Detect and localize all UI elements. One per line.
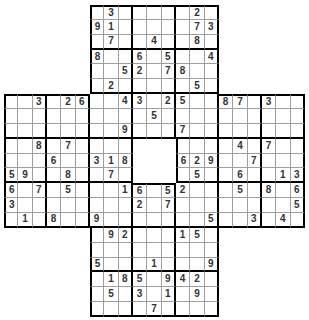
cell-r13c17-given: 5: [233, 183, 247, 198]
outside-area: [47, 79, 61, 94]
cell-r7c4-empty[interactable]: [47, 94, 61, 109]
outside-area: [18, 258, 32, 273]
cell-r9c12-empty[interactable]: [162, 124, 176, 139]
cell-r12c2-given: 9: [18, 168, 32, 183]
cell-r15c21-empty[interactable]: [291, 213, 305, 228]
cell-r9c13-given: 7: [176, 124, 190, 139]
cell-r4c15-given: 4: [205, 50, 219, 65]
cell-r9c1-empty[interactable]: [4, 124, 18, 139]
outside-area: [219, 35, 233, 50]
cell-r8c2-empty[interactable]: [18, 109, 32, 124]
cell-r14c8-empty[interactable]: [104, 198, 118, 213]
outside-area: [18, 35, 32, 50]
cell-r14c11-empty[interactable]: [147, 198, 161, 213]
cell-r15c5-empty[interactable]: [61, 213, 75, 228]
cell-r15c6-empty[interactable]: [76, 213, 90, 228]
cell-r15c20-given: 4: [276, 213, 290, 228]
outside-area: [291, 20, 305, 35]
cell-r8c5-empty[interactable]: [61, 109, 75, 124]
outside-area: [276, 5, 290, 20]
cell-r16c15-empty[interactable]: [205, 228, 219, 243]
cell-r8c9-empty[interactable]: [119, 109, 133, 124]
cell-r18c8-empty[interactable]: [104, 258, 118, 273]
cell-r14c13-empty[interactable]: [176, 198, 190, 213]
cell-r21c10-empty[interactable]: [133, 302, 147, 317]
cell-r10c15-empty[interactable]: [205, 139, 219, 154]
cell-r15c19-empty[interactable]: [262, 213, 276, 228]
cell-r10c1-empty[interactable]: [4, 139, 18, 154]
cell-r8c18-empty[interactable]: [248, 109, 262, 124]
cell-r14c4-empty[interactable]: [47, 198, 61, 213]
outside-area: [219, 20, 233, 35]
outside-area: [248, 35, 262, 50]
cell-r15c15-given: 5: [205, 213, 219, 228]
cell-r15c13-empty[interactable]: [176, 213, 190, 228]
cell-r14c2-empty[interactable]: [18, 198, 32, 213]
outside-area: [33, 243, 47, 258]
cell-r2c9-empty[interactable]: [119, 20, 133, 35]
cell-r7c18-empty[interactable]: [248, 94, 262, 109]
outside-area: [18, 243, 32, 258]
cell-r9c6-empty[interactable]: [76, 124, 90, 139]
cell-r9c16-empty[interactable]: [219, 124, 233, 139]
cell-r9c20-empty[interactable]: [276, 124, 290, 139]
cell-r11c2-empty[interactable]: [18, 154, 32, 169]
outside-area: [4, 5, 18, 20]
cell-r18c15-given: 9: [205, 258, 219, 273]
cell-r17c11-empty[interactable]: [147, 243, 161, 258]
outside-area: [233, 302, 247, 317]
cell-r6c9-empty[interactable]: [119, 79, 133, 94]
cell-r10c7-empty[interactable]: [90, 139, 104, 154]
cell-r21c14-empty[interactable]: [190, 302, 204, 317]
cell-r9c8-empty[interactable]: [104, 124, 118, 139]
outside-area: [276, 64, 290, 79]
outside-area: [262, 272, 276, 287]
cell-r16c11-empty[interactable]: [147, 228, 161, 243]
outside-area: [76, 272, 90, 287]
cell-r8c21-empty[interactable]: [291, 109, 305, 124]
cell-r18c9-empty[interactable]: [119, 258, 133, 273]
cell-r6c15-empty[interactable]: [205, 79, 219, 94]
cell-r10c18-empty[interactable]: [248, 139, 262, 154]
cell-r3c12-empty[interactable]: [162, 35, 176, 50]
cell-r21c7-empty[interactable]: [90, 302, 104, 317]
cell-r5c14-empty[interactable]: [190, 64, 204, 79]
outside-area: [47, 228, 61, 243]
outside-area: [61, 5, 75, 20]
center-hole: [162, 154, 176, 169]
cell-r17c15-empty[interactable]: [205, 243, 219, 258]
cell-r11c13-given: 6: [176, 154, 190, 169]
cell-r3c8-given: 7: [104, 35, 118, 50]
outside-area: [76, 35, 90, 50]
cell-r12c21-given: 3: [291, 168, 305, 183]
cell-r18c12-empty[interactable]: [162, 258, 176, 273]
cell-r10c13-empty[interactable]: [176, 139, 190, 154]
outside-area: [233, 20, 247, 35]
cell-r6c7-empty[interactable]: [90, 79, 104, 94]
cell-r21c12-empty[interactable]: [162, 302, 176, 317]
outside-area: [4, 228, 18, 243]
cell-r16c7-empty[interactable]: [90, 228, 104, 243]
outside-area: [18, 287, 32, 302]
cell-r21c15-empty[interactable]: [205, 302, 219, 317]
outside-area: [276, 228, 290, 243]
cell-r1c10-empty[interactable]: [133, 5, 147, 20]
outside-area: [33, 5, 47, 20]
cell-r13c11-empty[interactable]: [147, 183, 161, 198]
cell-r8c20-empty[interactable]: [276, 109, 290, 124]
cell-r9c17-empty[interactable]: [233, 124, 247, 139]
cell-r21c13-empty[interactable]: [176, 302, 190, 317]
cell-r15c16-empty[interactable]: [219, 213, 233, 228]
cell-r4c12-given: 5: [162, 50, 176, 65]
cell-r20c8-given: 5: [104, 287, 118, 302]
cell-r20c11-empty[interactable]: [147, 287, 161, 302]
outside-area: [291, 228, 305, 243]
cell-r15c10-empty[interactable]: [133, 213, 147, 228]
cell-r10c20-empty[interactable]: [276, 139, 290, 154]
cell-r17c9-empty[interactable]: [119, 243, 133, 258]
cell-r14c19-empty[interactable]: [262, 198, 276, 213]
outside-area: [18, 50, 32, 65]
cell-r13c20-empty[interactable]: [276, 183, 290, 198]
cell-r16c10-empty[interactable]: [133, 228, 147, 243]
cell-r12c7-empty[interactable]: [90, 168, 104, 183]
cell-r12c18-empty[interactable]: [248, 168, 262, 183]
outside-area: [18, 64, 32, 79]
cell-r20c9-empty[interactable]: [119, 287, 133, 302]
cell-r12c9-empty[interactable]: [119, 168, 133, 183]
cell-r11c21-empty[interactable]: [291, 154, 305, 169]
cell-r6c13-empty[interactable]: [176, 79, 190, 94]
outside-area: [248, 64, 262, 79]
cell-r5c15-empty[interactable]: [205, 64, 219, 79]
cell-r8c14-empty[interactable]: [190, 109, 204, 124]
cell-r4c13-empty[interactable]: [176, 50, 190, 65]
cell-r3c10-empty[interactable]: [133, 35, 147, 50]
outside-area: [47, 243, 61, 258]
cell-r14c18-empty[interactable]: [248, 198, 262, 213]
cell-r1c12-empty[interactable]: [162, 5, 176, 20]
cell-r5c13-given: 8: [176, 64, 190, 79]
cell-r4c9-empty[interactable]: [119, 50, 133, 65]
center-hole: [133, 139, 147, 154]
cell-r7c8-empty[interactable]: [104, 94, 118, 109]
cell-r14c17-empty[interactable]: [233, 198, 247, 213]
cell-r18c11-given: 1: [147, 258, 161, 273]
outside-area: [61, 258, 75, 273]
cell-r2c8-given: 1: [104, 20, 118, 35]
cell-r14c15-empty[interactable]: [205, 198, 219, 213]
cell-r12c20-given: 1: [276, 168, 290, 183]
cell-r6c11-empty[interactable]: [147, 79, 161, 94]
cell-r8c17-empty[interactable]: [233, 109, 247, 124]
cell-r11c19-empty[interactable]: [262, 154, 276, 169]
outside-area: [219, 302, 233, 317]
cell-r12c13-empty[interactable]: [176, 168, 190, 183]
cell-r11c5-empty[interactable]: [61, 154, 75, 169]
cell-r7c9-given: 4: [119, 94, 133, 109]
cell-r9c3-empty[interactable]: [33, 124, 47, 139]
cell-r15c17-empty[interactable]: [233, 213, 247, 228]
cell-r13c18-empty[interactable]: [248, 183, 262, 198]
center-hole: [147, 139, 161, 154]
cell-r9c2-empty[interactable]: [18, 124, 32, 139]
cell-r7c5-given: 2: [61, 94, 75, 109]
cell-r20c15-empty[interactable]: [205, 287, 219, 302]
cell-r5c7-empty[interactable]: [90, 64, 104, 79]
cell-r15c14-empty[interactable]: [190, 213, 204, 228]
cell-r15c9-empty[interactable]: [119, 213, 133, 228]
cell-r10c16-empty[interactable]: [219, 139, 233, 154]
cell-r14c20-empty[interactable]: [276, 198, 290, 213]
cell-r7c15-empty[interactable]: [205, 94, 219, 109]
cell-r8c19-empty[interactable]: [262, 109, 276, 124]
cell-r15c12-empty[interactable]: [162, 213, 176, 228]
outside-area: [4, 272, 18, 287]
cell-r17c7-empty[interactable]: [90, 243, 104, 258]
cell-r15c1-empty[interactable]: [4, 213, 18, 228]
outside-area: [219, 79, 233, 94]
outside-area: [61, 228, 75, 243]
outside-area: [233, 243, 247, 258]
outside-area: [291, 64, 305, 79]
cell-r2c10-empty[interactable]: [133, 20, 147, 35]
cell-r12c4-empty[interactable]: [47, 168, 61, 183]
cell-r20c10-given: 3: [133, 287, 147, 302]
outside-area: [76, 228, 90, 243]
cell-r11c17-empty[interactable]: [233, 154, 247, 169]
cell-r13c12-given: 5: [162, 183, 176, 198]
outside-area: [262, 287, 276, 302]
cell-r9c11-empty[interactable]: [147, 124, 161, 139]
cell-r21c8-empty[interactable]: [104, 302, 118, 317]
cell-r13c2-empty[interactable]: [18, 183, 32, 198]
cell-r9c7-empty[interactable]: [90, 124, 104, 139]
outside-area: [4, 258, 18, 273]
cell-r20c7-empty[interactable]: [90, 287, 104, 302]
cell-r13c19-given: 8: [262, 183, 276, 198]
cell-r13c14-empty[interactable]: [190, 183, 204, 198]
cell-r20c13-empty[interactable]: [176, 287, 190, 302]
cell-r14c16-empty[interactable]: [219, 198, 233, 213]
cell-r16c12-empty[interactable]: [162, 228, 176, 243]
cell-r7c1-empty[interactable]: [4, 94, 18, 109]
cell-r8c13-empty[interactable]: [176, 109, 190, 124]
outside-area: [262, 64, 276, 79]
cell-r8c15-empty[interactable]: [205, 109, 219, 124]
cell-r15c3-empty[interactable]: [33, 213, 47, 228]
cell-r14c5-empty[interactable]: [61, 198, 75, 213]
cell-r14c14-empty[interactable]: [190, 198, 204, 213]
cell-r11c1-empty[interactable]: [4, 154, 18, 169]
cell-r1c13-empty[interactable]: [176, 5, 190, 20]
cell-r1c15-empty[interactable]: [205, 5, 219, 20]
outside-area: [4, 287, 18, 302]
cell-r6c12-empty[interactable]: [162, 79, 176, 94]
cell-r5c8-empty[interactable]: [104, 64, 118, 79]
cell-r2c13-empty[interactable]: [176, 20, 190, 35]
cell-r10c3-given: 8: [33, 139, 47, 154]
cell-r6c10-empty[interactable]: [133, 79, 147, 94]
cell-r19c7-empty[interactable]: [90, 272, 104, 287]
cell-r17c8-empty[interactable]: [104, 243, 118, 258]
cell-r5c11-empty[interactable]: [147, 64, 161, 79]
cell-r9c14-empty[interactable]: [190, 124, 204, 139]
cell-r4c11-empty[interactable]: [147, 50, 161, 65]
cell-r13c4-empty[interactable]: [47, 183, 61, 198]
cell-r8c10-empty[interactable]: [133, 109, 147, 124]
cell-r1c11-empty[interactable]: [147, 5, 161, 20]
cell-r5c9-given: 5: [119, 64, 133, 79]
cell-r7c2-empty[interactable]: [18, 94, 32, 109]
cell-r9c15-empty[interactable]: [205, 124, 219, 139]
cell-r17c13-empty[interactable]: [176, 243, 190, 258]
cell-r10c9-empty[interactable]: [119, 139, 133, 154]
cell-r11c7-given: 3: [90, 154, 104, 169]
cell-r17c10-empty[interactable]: [133, 243, 147, 258]
cell-r13c16-empty[interactable]: [219, 183, 233, 198]
cell-r9c4-empty[interactable]: [47, 124, 61, 139]
cell-r13c7-empty[interactable]: [90, 183, 104, 198]
cell-r8c12-empty[interactable]: [162, 109, 176, 124]
outside-area: [248, 302, 262, 317]
outside-area: [76, 302, 90, 317]
cell-r12c16-empty[interactable]: [219, 168, 233, 183]
cell-r13c8-empty[interactable]: [104, 183, 118, 198]
cell-r13c5-given: 5: [61, 183, 75, 198]
cell-r13c6-empty[interactable]: [76, 183, 90, 198]
cell-r19c11-empty[interactable]: [147, 272, 161, 287]
cell-r8c1-empty[interactable]: [4, 109, 18, 124]
cell-r13c1-given: 6: [4, 183, 18, 198]
cell-r18c10-empty[interactable]: [133, 258, 147, 273]
cell-r7c20-empty[interactable]: [276, 94, 290, 109]
cell-r7c13-given: 5: [176, 94, 190, 109]
cell-r10c4-empty[interactable]: [47, 139, 61, 154]
cell-r10c2-empty[interactable]: [18, 139, 32, 154]
cell-r3c15-empty[interactable]: [205, 35, 219, 50]
cell-r15c11-empty[interactable]: [147, 213, 161, 228]
cell-r12c6-empty[interactable]: [76, 168, 90, 183]
cell-r11c18-given: 7: [248, 154, 262, 169]
cell-r3c13-empty[interactable]: [176, 35, 190, 50]
cell-r10c14-empty[interactable]: [190, 139, 204, 154]
cell-r7c21-empty[interactable]: [291, 94, 305, 109]
outside-area: [248, 272, 262, 287]
cell-r3c7-empty[interactable]: [90, 35, 104, 50]
cell-r1c8-given: 3: [104, 5, 118, 20]
cell-r15c8-empty[interactable]: [104, 213, 118, 228]
outside-area: [47, 258, 61, 273]
cell-r8c7-empty[interactable]: [90, 109, 104, 124]
outside-area: [4, 20, 18, 35]
cell-r10c6-empty[interactable]: [76, 139, 90, 154]
outside-area: [262, 243, 276, 258]
outside-area: [291, 258, 305, 273]
cell-r9c5-empty[interactable]: [61, 124, 75, 139]
cell-r7c7-empty[interactable]: [90, 94, 104, 109]
cell-r7c11-empty[interactable]: [147, 94, 161, 109]
cell-r16c14-given: 5: [190, 228, 204, 243]
cell-r8c8-empty[interactable]: [104, 109, 118, 124]
cell-r4c10-given: 6: [133, 50, 147, 65]
cell-r9c19-empty[interactable]: [262, 124, 276, 139]
cell-r2c12-empty[interactable]: [162, 20, 176, 35]
outside-area: [248, 228, 262, 243]
cell-r18c14-empty[interactable]: [190, 258, 204, 273]
cell-r18c13-empty[interactable]: [176, 258, 190, 273]
cell-r14c9-empty[interactable]: [119, 198, 133, 213]
cell-r11c16-empty[interactable]: [219, 154, 233, 169]
cell-r12c19-empty[interactable]: [262, 168, 276, 183]
outside-area: [219, 258, 233, 273]
samurai-sudoku-board: 3291737488654527825326432587359787476318…: [4, 5, 305, 317]
cell-r9c18-empty[interactable]: [248, 124, 262, 139]
cell-r17c12-empty[interactable]: [162, 243, 176, 258]
outside-area: [219, 228, 233, 243]
cell-r8c4-empty[interactable]: [47, 109, 61, 124]
outside-area: [291, 50, 305, 65]
outside-area: [262, 35, 276, 50]
cell-r14c6-empty[interactable]: [76, 198, 90, 213]
center-hole: [147, 168, 161, 183]
cell-r8c3-empty[interactable]: [33, 109, 47, 124]
outside-area: [262, 50, 276, 65]
center-hole: [147, 154, 161, 169]
cell-r4c8-empty[interactable]: [104, 50, 118, 65]
cell-r12c3-empty[interactable]: [33, 168, 47, 183]
cell-r8c16-empty[interactable]: [219, 109, 233, 124]
cell-r10c8-empty[interactable]: [104, 139, 118, 154]
cell-r14c7-empty[interactable]: [90, 198, 104, 213]
cell-r2c7-given: 9: [90, 20, 104, 35]
cell-r21c9-empty[interactable]: [119, 302, 133, 317]
cell-r1c9-empty[interactable]: [119, 5, 133, 20]
cell-r13c15-empty[interactable]: [205, 183, 219, 198]
cell-r9c10-empty[interactable]: [133, 124, 147, 139]
cell-r4c7-given: 8: [90, 50, 104, 65]
cell-r7c17-given: 7: [233, 94, 247, 109]
cell-r17c14-empty[interactable]: [190, 243, 204, 258]
outside-area: [291, 5, 305, 20]
cell-r8c6-empty[interactable]: [76, 109, 90, 124]
cell-r11c20-empty[interactable]: [276, 154, 290, 169]
cell-r19c15-empty[interactable]: [205, 272, 219, 287]
cell-r12c15-empty[interactable]: [205, 168, 219, 183]
cell-r11c4-given: 6: [47, 154, 61, 169]
cell-r1c7-empty[interactable]: [90, 5, 104, 20]
cell-r11c6-empty[interactable]: [76, 154, 90, 169]
cell-r11c3-empty[interactable]: [33, 154, 47, 169]
outside-area: [61, 272, 75, 287]
outside-area: [61, 302, 75, 317]
cell-r2c11-empty[interactable]: [147, 20, 161, 35]
outside-area: [18, 302, 32, 317]
outside-area: [18, 272, 32, 287]
cell-r4c14-empty[interactable]: [190, 50, 204, 65]
cell-r14c3-empty[interactable]: [33, 198, 47, 213]
cell-r15c7-given: 9: [90, 213, 104, 228]
cell-r9c21-empty[interactable]: [291, 124, 305, 139]
outside-area: [33, 35, 47, 50]
cell-r3c9-empty[interactable]: [119, 35, 133, 50]
cell-r10c21-empty[interactable]: [291, 139, 305, 154]
cell-r7c14-empty[interactable]: [190, 94, 204, 109]
outside-area: [18, 5, 32, 20]
